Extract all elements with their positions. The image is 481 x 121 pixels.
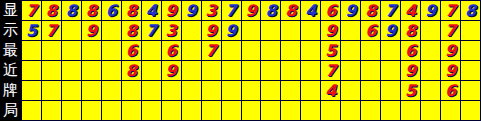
- history-cell-r2c16: 9: [321, 21, 340, 40]
- history-cell-r4c15: [301, 61, 320, 80]
- history-cell-r6c5: [102, 101, 121, 120]
- history-cell-r4c8: 9: [162, 61, 181, 80]
- history-cell-r5c5: [102, 81, 121, 100]
- history-cell-r3c16: 5: [321, 41, 340, 60]
- history-cell-r6c16: [321, 101, 340, 120]
- history-cell-r3c14: [281, 41, 300, 60]
- history-cell-r2c2: 7: [42, 21, 61, 40]
- history-cell-r4c20: 9: [401, 61, 420, 80]
- history-cell-r2c8: 3: [162, 21, 181, 40]
- history-cell-r4c21: [421, 61, 440, 80]
- history-cell-r5c16: 4: [321, 81, 340, 100]
- history-cell-r6c14: [281, 101, 300, 120]
- board-title-char: 最: [3, 43, 18, 58]
- history-cell-r3c23: [461, 41, 480, 60]
- history-cell-r1c5: 6: [102, 1, 121, 20]
- history-cell-r6c1: [22, 101, 41, 120]
- history-cell-r1c8: 9: [162, 1, 181, 20]
- history-cell-r4c18: [361, 61, 380, 80]
- history-cell-r2c3: [62, 21, 81, 40]
- history-cell-r1c19: 7: [381, 1, 400, 20]
- history-cell-r2c18: 6: [361, 21, 380, 40]
- history-cell-r4c14: [281, 61, 300, 80]
- history-cell-r1c7: 4: [142, 1, 161, 20]
- history-cell-r1c15: 4: [301, 1, 320, 20]
- history-cell-r2c19: 9: [381, 21, 400, 40]
- history-cell-r3c3: [62, 41, 81, 60]
- history-cell-r2c9: [182, 21, 201, 40]
- history-cell-r3c9: [182, 41, 201, 60]
- history-cell-r6c6: [122, 101, 141, 120]
- history-cell-r1c3: 8: [62, 1, 81, 20]
- recent-games-board: 显 示 最 近 牌 局 7888684993798846987497857987…: [0, 0, 481, 121]
- history-cell-r3c11: [222, 41, 241, 60]
- history-cell-r5c20: 5: [401, 81, 420, 100]
- history-cell-r1c21: 9: [421, 1, 440, 20]
- history-cell-r1c16: 6: [321, 1, 340, 20]
- history-cell-r2c1: 5: [22, 21, 41, 40]
- history-cell-r6c19: [381, 101, 400, 120]
- history-cell-r6c23: [461, 101, 480, 120]
- history-cell-r6c3: [62, 101, 81, 120]
- history-cell-r4c22: 9: [441, 61, 460, 80]
- history-cell-r4c16: 7: [321, 61, 340, 80]
- history-cell-r3c17: [341, 41, 360, 60]
- history-cell-r6c8: [162, 101, 181, 120]
- history-cell-r6c4: [82, 101, 101, 120]
- history-cell-r1c4: 8: [82, 1, 101, 20]
- history-cell-r4c1: [22, 61, 41, 80]
- history-cell-r1c10: 3: [202, 1, 221, 20]
- history-cell-r4c17: [341, 61, 360, 80]
- history-cell-r5c15: [301, 81, 320, 100]
- history-cell-r5c13: [261, 81, 280, 100]
- history-cell-r2c13: [261, 21, 280, 40]
- history-cell-r3c15: [301, 41, 320, 60]
- history-cell-r5c21: [421, 81, 440, 100]
- history-cell-r4c6: 8: [122, 61, 141, 80]
- history-cell-r1c11: 7: [222, 1, 241, 20]
- history-cell-r3c12: [242, 41, 261, 60]
- history-cell-r4c3: [62, 61, 81, 80]
- history-cell-r4c23: [461, 61, 480, 80]
- history-cell-r6c17: [341, 101, 360, 120]
- history-cell-r3c8: 6: [162, 41, 181, 60]
- history-cell-r6c7: [142, 101, 161, 120]
- history-cell-r5c23: [461, 81, 480, 100]
- history-cell-r3c20: 6: [401, 41, 420, 60]
- history-cell-r2c20: 8: [401, 21, 420, 40]
- history-cell-r3c21: [421, 41, 440, 60]
- history-cell-r4c19: [381, 61, 400, 80]
- history-cell-r2c4: 9: [82, 21, 101, 40]
- history-cell-r4c2: [42, 61, 61, 80]
- history-cell-r1c1: 7: [22, 1, 41, 20]
- history-cell-r4c10: [202, 61, 221, 80]
- history-cell-r5c17: [341, 81, 360, 100]
- board-title-char: 显: [3, 3, 18, 18]
- history-cell-r2c14: [281, 21, 300, 40]
- history-cell-r1c9: 9: [182, 1, 201, 20]
- history-cell-r1c22: 7: [441, 1, 460, 20]
- history-cell-r1c6: 8: [122, 1, 141, 20]
- history-cell-r5c12: [242, 81, 261, 100]
- history-cell-r3c7: [142, 41, 161, 60]
- history-cell-r1c23: 8: [461, 1, 480, 20]
- history-cell-r1c12: 9: [242, 1, 261, 20]
- history-cell-r6c18: [361, 101, 380, 120]
- history-cell-r2c5: [102, 21, 121, 40]
- board-title-char: 牌: [3, 83, 18, 98]
- history-cell-r3c19: [381, 41, 400, 60]
- history-cell-r6c20: [401, 101, 420, 120]
- history-cell-r4c4: [82, 61, 101, 80]
- history-cell-r5c14: [281, 81, 300, 100]
- history-cell-r6c21: [421, 101, 440, 120]
- history-cell-r5c9: [182, 81, 201, 100]
- history-cell-r4c5: [102, 61, 121, 80]
- board-title-char: 示: [3, 23, 18, 38]
- history-cell-r5c6: [122, 81, 141, 100]
- board-title-char: 近: [3, 63, 18, 78]
- history-cell-r4c11: [222, 61, 241, 80]
- history-cell-r3c13: [261, 41, 280, 60]
- history-cell-r3c2: [42, 41, 61, 60]
- history-cell-r5c18: [361, 81, 380, 100]
- history-cell-r3c18: [361, 41, 380, 60]
- history-cell-r6c10: [202, 101, 221, 120]
- history-cell-r2c23: [461, 21, 480, 40]
- history-cell-r4c12: [242, 61, 261, 80]
- history-cell-r2c10: 9: [202, 21, 221, 40]
- history-cell-r1c17: 9: [341, 1, 360, 20]
- history-cell-r4c7: [142, 61, 161, 80]
- history-cell-r6c13: [261, 101, 280, 120]
- history-cell-r2c12: [242, 21, 261, 40]
- history-cell-r5c2: [42, 81, 61, 100]
- history-cell-r3c6: 6: [122, 41, 141, 60]
- history-cell-r1c13: 8: [261, 1, 280, 20]
- history-cell-r5c11: [222, 81, 241, 100]
- history-cell-r5c22: 6: [441, 81, 460, 100]
- history-cell-r5c19: [381, 81, 400, 100]
- history-cell-r4c9: [182, 61, 201, 80]
- history-cell-r1c14: 8: [281, 1, 300, 20]
- board-title-vertical: 显 示 最 近 牌 局: [0, 0, 21, 121]
- history-cell-r5c7: [142, 81, 161, 100]
- board-title-char: 局: [3, 103, 18, 118]
- history-cell-r2c6: 8: [122, 21, 141, 40]
- history-cell-r1c18: 8: [361, 1, 380, 20]
- history-cell-r5c4: [82, 81, 101, 100]
- history-cell-r6c11: [222, 101, 241, 120]
- history-grid: 7888684993798846987497857987399969876675…: [21, 0, 481, 121]
- history-cell-r5c1: [22, 81, 41, 100]
- history-cell-r3c1: [22, 41, 41, 60]
- history-cell-r1c20: 4: [401, 1, 420, 20]
- history-cell-r3c10: 7: [202, 41, 221, 60]
- history-cell-r6c15: [301, 101, 320, 120]
- history-cell-r6c9: [182, 101, 201, 120]
- history-cell-r5c3: [62, 81, 81, 100]
- history-cell-r3c5: [102, 41, 121, 60]
- history-cell-r2c11: 9: [222, 21, 241, 40]
- history-cell-r6c2: [42, 101, 61, 120]
- history-cell-r3c22: 9: [441, 41, 460, 60]
- history-cell-r2c15: [301, 21, 320, 40]
- history-cell-r2c7: 7: [142, 21, 161, 40]
- history-cell-r6c22: [441, 101, 460, 120]
- history-cell-r2c22: 7: [441, 21, 460, 40]
- history-cell-r3c4: [82, 41, 101, 60]
- history-cell-r2c21: [421, 21, 440, 40]
- history-cell-r2c17: [341, 21, 360, 40]
- history-cell-r6c12: [242, 101, 261, 120]
- history-cell-r5c8: [162, 81, 181, 100]
- history-cell-r4c13: [261, 61, 280, 80]
- history-cell-r1c2: 8: [42, 1, 61, 20]
- history-cell-r5c10: [202, 81, 221, 100]
